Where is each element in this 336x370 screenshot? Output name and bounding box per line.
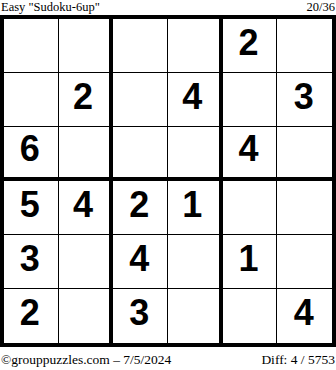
cell-r5c3[interactable]: 4 [113, 235, 168, 289]
cell-r1c5[interactable]: 2 [223, 19, 278, 73]
cell-r1c3[interactable] [113, 19, 168, 73]
cell-r5c4[interactable] [168, 235, 223, 289]
puzzle-title: Easy "Sudoku-6up" [1, 1, 100, 14]
cell-r3c1[interactable]: 6 [4, 127, 59, 181]
cell-r3c6[interactable] [277, 127, 332, 181]
cell-r5c2[interactable] [59, 235, 114, 289]
cell-r3c3[interactable] [113, 127, 168, 181]
page-header: Easy "Sudoku-6up" 20/36 [0, 0, 336, 15]
cell-r6c3[interactable]: 3 [113, 289, 168, 343]
difficulty-text: Diff: 4 / 5753 [261, 352, 335, 368]
copyright-text: ©grouppuzzles.com – 7/5/2024 [1, 352, 171, 368]
cell-r4c3[interactable]: 2 [113, 181, 168, 235]
cell-r3c2[interactable] [59, 127, 114, 181]
cell-r2c4[interactable]: 4 [168, 73, 223, 127]
cell-r5c5[interactable]: 1 [223, 235, 278, 289]
cell-r2c3[interactable] [113, 73, 168, 127]
cell-r5c1[interactable]: 3 [4, 235, 59, 289]
cell-r6c6[interactable]: 4 [277, 289, 332, 343]
cell-r1c1[interactable] [4, 19, 59, 73]
sudoku-grid: 2243645421341234 [0, 15, 336, 347]
cell-r6c5[interactable] [223, 289, 278, 343]
cell-r1c4[interactable] [168, 19, 223, 73]
cell-r4c1[interactable]: 5 [4, 181, 59, 235]
cell-r4c2[interactable]: 4 [59, 181, 114, 235]
cell-r1c6[interactable] [277, 19, 332, 73]
cell-r4c5[interactable] [223, 181, 278, 235]
cell-r4c4[interactable]: 1 [168, 181, 223, 235]
cell-r2c6[interactable]: 3 [277, 73, 332, 127]
cell-r2c2[interactable]: 2 [59, 73, 114, 127]
puzzle-counter: 20/36 [307, 1, 335, 14]
puzzle-page: Easy "Sudoku-6up" 20/36 2243645421341234… [0, 0, 336, 370]
cell-r3c5[interactable]: 4 [223, 127, 278, 181]
cell-r2c5[interactable] [223, 73, 278, 127]
cell-r6c4[interactable] [168, 289, 223, 343]
cell-r1c2[interactable] [59, 19, 114, 73]
cell-r6c1[interactable]: 2 [4, 289, 59, 343]
cell-r6c2[interactable] [59, 289, 114, 343]
cell-r3c4[interactable] [168, 127, 223, 181]
cell-r2c1[interactable] [4, 73, 59, 127]
cell-r4c6[interactable] [277, 181, 332, 235]
page-footer: ©grouppuzzles.com – 7/5/2024 Diff: 4 / 5… [0, 349, 336, 370]
cell-r5c6[interactable] [277, 235, 332, 289]
